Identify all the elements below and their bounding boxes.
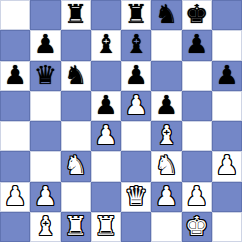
square-e7[interactable]: ♝ [121, 30, 151, 60]
square-e2[interactable]: ♛ [121, 182, 151, 212]
piece-white-pawn[interactable]: ♟ [124, 92, 147, 118]
square-g3[interactable] [182, 151, 212, 181]
piece-white-queen[interactable]: ♛ [124, 183, 147, 209]
piece-black-bishop[interactable]: ♝ [124, 31, 147, 57]
square-g8[interactable]: ♚ [182, 0, 212, 30]
square-f5[interactable]: ♟ [151, 91, 181, 121]
piece-white-pawn[interactable]: ♟ [215, 152, 238, 178]
square-h3[interactable]: ♟ [212, 151, 242, 181]
square-c6[interactable]: ♞ [61, 61, 91, 91]
square-d6[interactable] [91, 61, 121, 91]
square-e8[interactable]: ♜ [121, 0, 151, 30]
square-g2[interactable]: ♟ [182, 182, 212, 212]
square-c1[interactable]: ♜ [61, 212, 91, 242]
square-d8[interactable] [91, 0, 121, 30]
piece-white-pawn[interactable]: ♟ [155, 183, 178, 209]
piece-white-knight[interactable]: ♞ [155, 152, 178, 178]
square-d7[interactable]: ♝ [91, 30, 121, 60]
square-d2[interactable] [91, 182, 121, 212]
square-e4[interactable] [121, 121, 151, 151]
piece-black-queen[interactable]: ♛ [34, 62, 57, 88]
square-c2[interactable] [61, 182, 91, 212]
square-a2[interactable]: ♟ [0, 182, 30, 212]
square-b7[interactable]: ♟ [30, 30, 60, 60]
square-a4[interactable] [0, 121, 30, 151]
piece-black-pawn[interactable]: ♟ [34, 31, 57, 57]
square-h4[interactable] [212, 121, 242, 151]
piece-white-rook[interactable]: ♜ [94, 213, 117, 239]
square-b5[interactable] [30, 91, 60, 121]
square-b6[interactable]: ♛ [30, 61, 60, 91]
square-c8[interactable]: ♜ [61, 0, 91, 30]
square-a3[interactable] [0, 151, 30, 181]
square-g1[interactable]: ♚ [182, 212, 212, 242]
piece-white-bishop[interactable]: ♝ [34, 213, 57, 239]
square-a8[interactable] [0, 0, 30, 30]
square-c5[interactable] [61, 91, 91, 121]
square-e6[interactable]: ♟ [121, 61, 151, 91]
square-a5[interactable] [0, 91, 30, 121]
piece-black-pawn[interactable]: ♟ [155, 92, 178, 118]
square-c3[interactable]: ♞ [61, 151, 91, 181]
piece-black-rook[interactable]: ♜ [64, 1, 87, 27]
square-h8[interactable] [212, 0, 242, 30]
piece-black-pawn[interactable]: ♟ [94, 92, 117, 118]
square-c4[interactable] [61, 121, 91, 151]
square-g5[interactable] [182, 91, 212, 121]
square-a7[interactable] [0, 30, 30, 60]
piece-black-pawn[interactable]: ♟ [124, 62, 147, 88]
piece-white-rook[interactable]: ♜ [64, 213, 87, 239]
square-f4[interactable]: ♝ [151, 121, 181, 151]
square-b3[interactable] [30, 151, 60, 181]
square-g6[interactable] [182, 61, 212, 91]
square-f1[interactable] [151, 212, 181, 242]
piece-white-bishop[interactable]: ♝ [155, 122, 178, 148]
square-f8[interactable]: ♞ [151, 0, 181, 30]
piece-white-pawn[interactable]: ♟ [185, 183, 208, 209]
piece-black-pawn[interactable]: ♟ [185, 31, 208, 57]
square-d4[interactable]: ♟ [91, 121, 121, 151]
chessboard: ♜♜♞♚♟♝♝♟♟♛♞♟♟♟♟♟♟♝♞♞♟♟♟♛♟♟♝♜♜♚ [0, 0, 242, 242]
square-a1[interactable] [0, 212, 30, 242]
piece-black-knight[interactable]: ♞ [64, 62, 87, 88]
square-c7[interactable] [61, 30, 91, 60]
chessboard-container: ♜♜♞♚♟♝♝♟♟♛♞♟♟♟♟♟♟♝♞♞♟♟♟♛♟♟♝♜♜♚ [0, 0, 242, 242]
square-b4[interactable] [30, 121, 60, 151]
square-d1[interactable]: ♜ [91, 212, 121, 242]
piece-white-king[interactable]: ♚ [185, 213, 208, 239]
square-b1[interactable]: ♝ [30, 212, 60, 242]
square-a6[interactable]: ♟ [0, 61, 30, 91]
square-g4[interactable] [182, 121, 212, 151]
square-b8[interactable] [30, 0, 60, 30]
piece-black-bishop[interactable]: ♝ [94, 31, 117, 57]
square-e1[interactable] [121, 212, 151, 242]
square-b2[interactable]: ♟ [30, 182, 60, 212]
piece-white-pawn[interactable]: ♟ [34, 183, 57, 209]
square-h6[interactable]: ♟ [212, 61, 242, 91]
square-f3[interactable]: ♞ [151, 151, 181, 181]
square-h5[interactable] [212, 91, 242, 121]
square-h7[interactable] [212, 30, 242, 60]
piece-black-knight[interactable]: ♞ [155, 1, 178, 27]
square-f2[interactable]: ♟ [151, 182, 181, 212]
square-e3[interactable] [121, 151, 151, 181]
square-f6[interactable] [151, 61, 181, 91]
piece-black-rook[interactable]: ♜ [124, 1, 147, 27]
square-g7[interactable]: ♟ [182, 30, 212, 60]
piece-white-pawn[interactable]: ♟ [94, 122, 117, 148]
piece-black-king[interactable]: ♚ [185, 1, 208, 27]
square-d3[interactable] [91, 151, 121, 181]
square-h1[interactable] [212, 212, 242, 242]
square-h2[interactable] [212, 182, 242, 212]
piece-white-pawn[interactable]: ♟ [3, 183, 26, 209]
square-f7[interactable] [151, 30, 181, 60]
piece-black-pawn[interactable]: ♟ [3, 62, 26, 88]
piece-white-knight[interactable]: ♞ [64, 152, 87, 178]
piece-black-pawn[interactable]: ♟ [215, 62, 238, 88]
square-e5[interactable]: ♟ [121, 91, 151, 121]
square-d5[interactable]: ♟ [91, 91, 121, 121]
